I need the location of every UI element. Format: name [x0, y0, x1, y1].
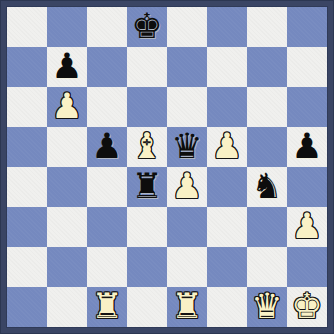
- square-g2[interactable]: [247, 247, 287, 287]
- square-g3[interactable]: [247, 207, 287, 247]
- piece-white-rook[interactable]: ♜: [91, 289, 122, 324]
- chess-board: ♚♟♟♟♝♛♟♟♜♟♞♟♜♜♛♚: [7, 7, 327, 327]
- square-d2[interactable]: [127, 247, 167, 287]
- square-a1[interactable]: [7, 287, 47, 327]
- piece-white-bishop[interactable]: ♝: [131, 129, 162, 164]
- square-a7[interactable]: [7, 47, 47, 87]
- square-g1[interactable]: ♛: [247, 287, 287, 327]
- square-b7[interactable]: ♟: [47, 47, 87, 87]
- square-e7[interactable]: [167, 47, 207, 87]
- square-h8[interactable]: [287, 7, 327, 47]
- square-b3[interactable]: [47, 207, 87, 247]
- square-b2[interactable]: [47, 247, 87, 287]
- square-c3[interactable]: [87, 207, 127, 247]
- square-d4[interactable]: ♜: [127, 167, 167, 207]
- square-f1[interactable]: [207, 287, 247, 327]
- square-g6[interactable]: [247, 87, 287, 127]
- square-g4[interactable]: ♞: [247, 167, 287, 207]
- square-f4[interactable]: [207, 167, 247, 207]
- piece-white-pawn[interactable]: ♟: [291, 209, 322, 244]
- piece-white-king[interactable]: ♚: [291, 289, 322, 324]
- square-h6[interactable]: [287, 87, 327, 127]
- square-b8[interactable]: [47, 7, 87, 47]
- piece-white-pawn[interactable]: ♟: [171, 169, 202, 204]
- square-g7[interactable]: [247, 47, 287, 87]
- piece-black-rook[interactable]: ♜: [131, 169, 162, 204]
- square-h2[interactable]: [287, 247, 327, 287]
- square-d3[interactable]: [127, 207, 167, 247]
- square-h7[interactable]: [287, 47, 327, 87]
- square-g5[interactable]: [247, 127, 287, 167]
- square-c5[interactable]: ♟: [87, 127, 127, 167]
- square-d8[interactable]: ♚: [127, 7, 167, 47]
- square-f7[interactable]: [207, 47, 247, 87]
- square-b6[interactable]: ♟: [47, 87, 87, 127]
- piece-white-pawn[interactable]: ♟: [51, 89, 82, 124]
- square-f5[interactable]: ♟: [207, 127, 247, 167]
- square-a3[interactable]: [7, 207, 47, 247]
- square-e1[interactable]: ♜: [167, 287, 207, 327]
- square-b4[interactable]: [47, 167, 87, 207]
- square-f2[interactable]: [207, 247, 247, 287]
- square-a4[interactable]: [7, 167, 47, 207]
- square-d6[interactable]: [127, 87, 167, 127]
- square-e3[interactable]: [167, 207, 207, 247]
- square-c6[interactable]: [87, 87, 127, 127]
- square-a5[interactable]: [7, 127, 47, 167]
- square-f6[interactable]: [207, 87, 247, 127]
- square-h5[interactable]: ♟: [287, 127, 327, 167]
- piece-white-rook[interactable]: ♜: [171, 289, 202, 324]
- square-a8[interactable]: [7, 7, 47, 47]
- square-c4[interactable]: [87, 167, 127, 207]
- square-h3[interactable]: ♟: [287, 207, 327, 247]
- square-e5[interactable]: ♛: [167, 127, 207, 167]
- square-c8[interactable]: [87, 7, 127, 47]
- square-b5[interactable]: [47, 127, 87, 167]
- square-e2[interactable]: [167, 247, 207, 287]
- piece-white-pawn[interactable]: ♟: [211, 129, 242, 164]
- square-c1[interactable]: ♜: [87, 287, 127, 327]
- piece-black-pawn[interactable]: ♟: [51, 49, 82, 84]
- square-a2[interactable]: [7, 247, 47, 287]
- square-d5[interactable]: ♝: [127, 127, 167, 167]
- piece-black-pawn[interactable]: ♟: [291, 129, 322, 164]
- piece-white-queen[interactable]: ♛: [251, 289, 282, 324]
- square-d1[interactable]: [127, 287, 167, 327]
- square-d7[interactable]: [127, 47, 167, 87]
- square-a6[interactable]: [7, 87, 47, 127]
- piece-black-king[interactable]: ♚: [131, 9, 162, 44]
- square-e8[interactable]: [167, 7, 207, 47]
- piece-black-pawn[interactable]: ♟: [91, 129, 122, 164]
- board-frame: ♚♟♟♟♝♛♟♟♜♟♞♟♜♜♛♚: [0, 0, 334, 334]
- piece-black-knight[interactable]: ♞: [251, 169, 282, 204]
- square-c2[interactable]: [87, 247, 127, 287]
- square-g8[interactable]: [247, 7, 287, 47]
- square-b1[interactable]: [47, 287, 87, 327]
- piece-black-queen[interactable]: ♛: [171, 129, 202, 164]
- square-h1[interactable]: ♚: [287, 287, 327, 327]
- square-h4[interactable]: [287, 167, 327, 207]
- square-c7[interactable]: [87, 47, 127, 87]
- square-f8[interactable]: [207, 7, 247, 47]
- square-e4[interactable]: ♟: [167, 167, 207, 207]
- square-e6[interactable]: [167, 87, 207, 127]
- square-f3[interactable]: [207, 207, 247, 247]
